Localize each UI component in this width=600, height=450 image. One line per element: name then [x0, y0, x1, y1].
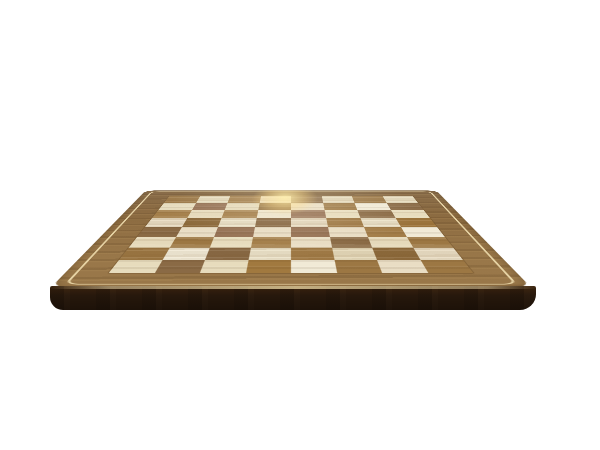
- square-r5c1-dark: [169, 237, 214, 248]
- square-r2c4-dark: [291, 210, 326, 218]
- square-r4c5-light: [328, 227, 368, 237]
- square-r7c1-dark: [154, 260, 205, 274]
- square-r4c3-light: [253, 227, 291, 237]
- square-r3c1-dark: [182, 218, 222, 227]
- square-r6c3-light: [248, 248, 291, 260]
- square-r4c6-dark: [364, 227, 406, 237]
- square-r3c3-dark: [255, 218, 292, 227]
- square-r4c7-light: [401, 227, 445, 237]
- square-r5c6-light: [368, 237, 413, 248]
- square-r1c2-light: [225, 203, 260, 210]
- square-r3c0-light: [145, 218, 187, 227]
- square-r0c0-dark: [164, 196, 200, 203]
- square-r2c5-light: [324, 210, 360, 218]
- square-r4c2-dark: [214, 227, 254, 237]
- board-squares: [108, 196, 473, 273]
- square-r6c4-dark: [291, 248, 334, 260]
- square-r1c1-dark: [191, 203, 227, 210]
- square-r3c5-dark: [326, 218, 364, 227]
- square-r3c7-dark: [395, 218, 437, 227]
- square-r6c7-light: [413, 248, 463, 260]
- square-r7c3-dark: [245, 260, 291, 274]
- photo-background: [0, 0, 600, 450]
- square-r1c0-light: [158, 203, 196, 210]
- square-r6c2-dark: [205, 248, 250, 260]
- square-r7c5-dark: [334, 260, 382, 274]
- square-r3c2-light: [218, 218, 256, 227]
- square-r5c4-light: [291, 237, 332, 248]
- square-r0c4-dark: [291, 196, 323, 203]
- square-r0c7-light: [382, 196, 418, 203]
- square-r0c6-dark: [352, 196, 386, 203]
- square-r4c4-dark: [291, 227, 329, 237]
- square-r0c2-dark: [228, 196, 261, 203]
- square-r4c0-dark: [137, 227, 181, 237]
- square-r2c7-light: [391, 210, 431, 218]
- square-r2c3-light: [256, 210, 291, 218]
- square-r4c1-light: [176, 227, 218, 237]
- square-r6c1-light: [162, 248, 210, 260]
- square-r7c2-light: [200, 260, 248, 274]
- square-r0c5-light: [321, 196, 354, 203]
- square-r0c3-light: [259, 196, 291, 203]
- edge-highlight: [50, 286, 536, 289]
- square-r1c7-dark: [386, 203, 424, 210]
- chess-board: [50, 190, 531, 288]
- square-r5c2-light: [210, 237, 253, 248]
- square-r5c5-dark: [329, 237, 372, 248]
- square-r2c6-dark: [357, 210, 395, 218]
- square-r3c4-light: [291, 218, 328, 227]
- square-r5c7-dark: [406, 237, 453, 248]
- square-r6c6-dark: [372, 248, 420, 260]
- square-r2c0-dark: [152, 210, 192, 218]
- square-r2c1-light: [187, 210, 225, 218]
- square-r1c6-light: [354, 203, 390, 210]
- square-r3c6-light: [361, 218, 401, 227]
- square-r5c0-light: [129, 237, 176, 248]
- square-r1c3-dark: [258, 203, 291, 210]
- square-r6c5-light: [332, 248, 377, 260]
- square-r0c1-light: [196, 196, 230, 203]
- square-r2c2-dark: [221, 210, 257, 218]
- square-r5c3-dark: [250, 237, 291, 248]
- square-r1c4-light: [291, 203, 324, 210]
- square-r7c4-light: [291, 260, 337, 274]
- board-side-edge: [50, 286, 536, 310]
- square-r1c5-dark: [323, 203, 358, 210]
